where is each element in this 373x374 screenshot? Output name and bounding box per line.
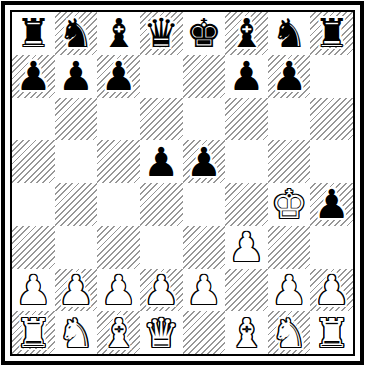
black-queen: ♛ bbox=[143, 13, 179, 53]
black-pawn: ♟ bbox=[271, 56, 307, 96]
square-e7[interactable] bbox=[183, 55, 226, 98]
square-d2[interactable]: ♟ bbox=[140, 269, 183, 312]
square-b4[interactable] bbox=[55, 183, 98, 226]
square-g3[interactable] bbox=[268, 226, 311, 269]
black-bishop: ♝ bbox=[229, 13, 265, 53]
white-king: ♚ bbox=[271, 184, 307, 224]
square-c3[interactable] bbox=[97, 226, 140, 269]
square-c5[interactable] bbox=[97, 140, 140, 183]
square-a6[interactable] bbox=[12, 98, 55, 141]
square-h7[interactable] bbox=[310, 55, 353, 98]
square-h1[interactable]: ♜ bbox=[310, 311, 353, 354]
square-f2[interactable] bbox=[225, 269, 268, 312]
square-c2[interactable]: ♟ bbox=[97, 269, 140, 312]
square-e1[interactable] bbox=[183, 311, 226, 354]
black-pawn: ♟ bbox=[186, 142, 222, 182]
square-f1[interactable]: ♝ bbox=[225, 311, 268, 354]
square-e8[interactable]: ♚ bbox=[183, 12, 226, 55]
square-e3[interactable] bbox=[183, 226, 226, 269]
white-pawn: ♟ bbox=[314, 270, 350, 310]
black-pawn: ♟ bbox=[15, 56, 51, 96]
square-h4[interactable]: ♟ bbox=[310, 183, 353, 226]
square-b5[interactable] bbox=[55, 140, 98, 183]
square-d5[interactable]: ♟ bbox=[140, 140, 183, 183]
white-bishop: ♝ bbox=[101, 313, 137, 353]
white-pawn: ♟ bbox=[271, 270, 307, 310]
square-f6[interactable] bbox=[225, 98, 268, 141]
square-b6[interactable] bbox=[55, 98, 98, 141]
square-h2[interactable]: ♟ bbox=[310, 269, 353, 312]
square-d8[interactable]: ♛ bbox=[140, 12, 183, 55]
square-a7[interactable]: ♟ bbox=[12, 55, 55, 98]
white-pawn: ♟ bbox=[143, 270, 179, 310]
square-g8[interactable]: ♞ bbox=[268, 12, 311, 55]
black-king: ♚ bbox=[186, 13, 222, 53]
square-g5[interactable] bbox=[268, 140, 311, 183]
square-b1[interactable]: ♞ bbox=[55, 311, 98, 354]
square-d6[interactable] bbox=[140, 98, 183, 141]
white-pawn: ♟ bbox=[15, 270, 51, 310]
square-e2[interactable]: ♟ bbox=[183, 269, 226, 312]
square-f3[interactable]: ♟ bbox=[225, 226, 268, 269]
square-c6[interactable] bbox=[97, 98, 140, 141]
white-pawn: ♟ bbox=[229, 227, 265, 267]
square-f4[interactable] bbox=[225, 183, 268, 226]
black-bishop: ♝ bbox=[101, 13, 137, 53]
square-b2[interactable]: ♟ bbox=[55, 269, 98, 312]
square-b7[interactable]: ♟ bbox=[55, 55, 98, 98]
square-a1[interactable]: ♜ bbox=[12, 311, 55, 354]
white-bishop: ♝ bbox=[229, 313, 265, 353]
square-h5[interactable] bbox=[310, 140, 353, 183]
square-d4[interactable] bbox=[140, 183, 183, 226]
square-g1[interactable]: ♞ bbox=[268, 311, 311, 354]
square-e4[interactable] bbox=[183, 183, 226, 226]
square-c7[interactable]: ♟ bbox=[97, 55, 140, 98]
square-h6[interactable] bbox=[310, 98, 353, 141]
square-c4[interactable] bbox=[97, 183, 140, 226]
square-d3[interactable] bbox=[140, 226, 183, 269]
black-pawn: ♟ bbox=[229, 56, 265, 96]
white-pawn: ♟ bbox=[101, 270, 137, 310]
white-rook: ♜ bbox=[314, 313, 350, 353]
black-pawn: ♟ bbox=[101, 56, 137, 96]
square-b3[interactable] bbox=[55, 226, 98, 269]
square-c8[interactable]: ♝ bbox=[97, 12, 140, 55]
square-d7[interactable] bbox=[140, 55, 183, 98]
black-pawn: ♟ bbox=[58, 56, 94, 96]
square-f7[interactable]: ♟ bbox=[225, 55, 268, 98]
square-a5[interactable] bbox=[12, 140, 55, 183]
black-rook: ♜ bbox=[15, 13, 51, 53]
white-queen: ♛ bbox=[143, 313, 179, 353]
square-a4[interactable] bbox=[12, 183, 55, 226]
chess-diagram: ♜♞♝♛♚♝♞♜♟♟♟♟♟♟♟♚♟♟♟♟♟♟♟♟♟♜♞♝♛♝♞♜ bbox=[0, 0, 373, 374]
square-e6[interactable] bbox=[183, 98, 226, 141]
square-f5[interactable] bbox=[225, 140, 268, 183]
black-pawn: ♟ bbox=[143, 142, 179, 182]
diagram-frame: ♜♞♝♛♚♝♞♜♟♟♟♟♟♟♟♚♟♟♟♟♟♟♟♟♟♜♞♝♛♝♞♜ bbox=[1, 1, 364, 365]
square-f8[interactable]: ♝ bbox=[225, 12, 268, 55]
square-a3[interactable] bbox=[12, 226, 55, 269]
square-h3[interactable] bbox=[310, 226, 353, 269]
white-pawn: ♟ bbox=[186, 270, 222, 310]
square-c1[interactable]: ♝ bbox=[97, 311, 140, 354]
square-b8[interactable]: ♞ bbox=[55, 12, 98, 55]
square-d1[interactable]: ♛ bbox=[140, 311, 183, 354]
square-g6[interactable] bbox=[268, 98, 311, 141]
square-g7[interactable]: ♟ bbox=[268, 55, 311, 98]
square-g4[interactable]: ♚ bbox=[268, 183, 311, 226]
black-rook: ♜ bbox=[314, 13, 350, 53]
black-pawn: ♟ bbox=[314, 184, 350, 224]
square-a2[interactable]: ♟ bbox=[12, 269, 55, 312]
square-g2[interactable]: ♟ bbox=[268, 269, 311, 312]
white-rook: ♜ bbox=[15, 313, 51, 353]
white-knight: ♞ bbox=[271, 313, 307, 353]
white-knight: ♞ bbox=[58, 313, 94, 353]
white-pawn: ♟ bbox=[58, 270, 94, 310]
square-h8[interactable]: ♜ bbox=[310, 12, 353, 55]
square-a8[interactable]: ♜ bbox=[12, 12, 55, 55]
black-knight: ♞ bbox=[271, 13, 307, 53]
chess-board: ♜♞♝♛♚♝♞♜♟♟♟♟♟♟♟♚♟♟♟♟♟♟♟♟♟♜♞♝♛♝♞♜ bbox=[10, 10, 355, 356]
black-knight: ♞ bbox=[58, 13, 94, 53]
square-e5[interactable]: ♟ bbox=[183, 140, 226, 183]
